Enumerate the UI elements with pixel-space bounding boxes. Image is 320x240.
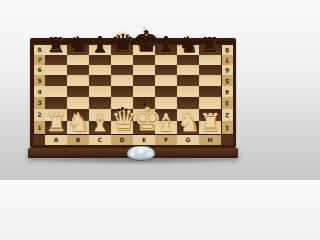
square-e2 xyxy=(133,109,155,121)
square-a5 xyxy=(45,75,67,86)
chess-set-photo: 8♜♞♝♛♚♝♞♜87766554433221♜♞♝♛♚♝♞♜1ABCDEFGH xyxy=(0,0,270,180)
file-label-d: D xyxy=(111,134,133,145)
corner-label xyxy=(33,134,45,145)
square-c8: ♝ xyxy=(89,45,111,55)
square-e5 xyxy=(133,75,155,86)
square-f7 xyxy=(155,55,177,65)
square-e3 xyxy=(133,97,155,109)
square-c5 xyxy=(89,75,111,86)
square-b5 xyxy=(67,75,89,86)
dark-knight-b8: ♞ xyxy=(67,34,89,56)
square-f6 xyxy=(155,65,177,75)
square-g8: ♞ xyxy=(177,45,199,55)
corner-label xyxy=(221,134,233,145)
square-h8: ♜ xyxy=(199,45,221,55)
rank-label-right-2: 2 xyxy=(221,109,233,121)
dark-bishop-f8: ♝ xyxy=(155,34,177,56)
square-a6 xyxy=(45,65,67,75)
dark-bishop-c8: ♝ xyxy=(89,34,111,56)
rank-label-right-3: 3 xyxy=(221,97,233,109)
square-g1: ♞ xyxy=(177,121,199,134)
rank-label-left-7: 7 xyxy=(33,55,45,65)
square-b8: ♞ xyxy=(67,45,89,55)
square-e8: ♚ xyxy=(133,45,155,55)
square-g5 xyxy=(177,75,199,86)
file-label-b: B xyxy=(67,134,89,145)
square-h7 xyxy=(199,55,221,65)
square-h5 xyxy=(199,75,221,86)
square-h3 xyxy=(199,97,221,109)
square-b4 xyxy=(67,86,89,97)
square-e7 xyxy=(133,55,155,65)
square-c6 xyxy=(89,65,111,75)
square-a1: ♜ xyxy=(45,121,67,134)
square-h2 xyxy=(199,109,221,121)
square-d4 xyxy=(111,86,133,97)
file-label-c: C xyxy=(89,134,111,145)
rank-label-right-8: 8 xyxy=(221,45,233,55)
rank-label-left-6: 6 xyxy=(33,65,45,75)
square-a8: ♜ xyxy=(45,45,67,55)
dark-rook-a8: ♜ xyxy=(45,35,67,56)
square-c4 xyxy=(89,86,111,97)
square-b2 xyxy=(67,109,89,121)
square-g2 xyxy=(177,109,199,121)
square-b1: ♞ xyxy=(67,121,89,134)
square-c7 xyxy=(89,55,111,65)
square-f3 xyxy=(155,97,177,109)
file-label-g: G xyxy=(177,134,199,145)
square-c1: ♝ xyxy=(89,121,111,134)
square-g4 xyxy=(177,86,199,97)
square-f5 xyxy=(155,75,177,86)
rank-label-left-4: 4 xyxy=(33,86,45,97)
square-d5 xyxy=(111,75,133,86)
square-d1: ♛ xyxy=(111,121,133,134)
square-a2 xyxy=(45,109,67,121)
square-f4 xyxy=(155,86,177,97)
rank-label-right-5: 5 xyxy=(221,75,233,86)
square-a4 xyxy=(45,86,67,97)
file-label-a: A xyxy=(45,134,67,145)
file-label-h: H xyxy=(199,134,221,145)
rank-label-right-7: 7 xyxy=(221,55,233,65)
square-g7 xyxy=(177,55,199,65)
square-d3 xyxy=(111,97,133,109)
file-label-e: E xyxy=(133,134,155,145)
square-b3 xyxy=(67,97,89,109)
rank-label-left-3: 3 xyxy=(33,97,45,109)
square-h6 xyxy=(199,65,221,75)
square-f1: ♝ xyxy=(155,121,177,134)
square-c3 xyxy=(89,97,111,109)
square-e1: ♚ xyxy=(133,121,155,134)
square-e6 xyxy=(133,65,155,75)
metal-clasp-icon xyxy=(127,146,155,160)
dark-knight-g8: ♞ xyxy=(177,34,199,56)
rank-label-right-1: 1 xyxy=(221,121,233,134)
rank-label-left-8: 8 xyxy=(33,45,45,55)
square-a3 xyxy=(45,97,67,109)
square-a7 xyxy=(45,55,67,65)
board-grid: 8♜♞♝♛♚♝♞♜87766554433221♜♞♝♛♚♝♞♜1ABCDEFGH xyxy=(33,41,233,145)
file-label-f: F xyxy=(155,134,177,145)
chess-board: 8♜♞♝♛♚♝♞♜87766554433221♜♞♝♛♚♝♞♜1ABCDEFGH xyxy=(30,38,236,148)
square-b7 xyxy=(67,55,89,65)
square-f8: ♝ xyxy=(155,45,177,55)
square-h1: ♜ xyxy=(199,121,221,134)
square-h4 xyxy=(199,86,221,97)
rank-label-left-5: 5 xyxy=(33,75,45,86)
square-b6 xyxy=(67,65,89,75)
square-d2 xyxy=(111,109,133,121)
rank-label-right-4: 4 xyxy=(221,86,233,97)
rank-label-left-1: 1 xyxy=(33,121,45,134)
square-d6 xyxy=(111,65,133,75)
rank-label-right-6: 6 xyxy=(221,65,233,75)
square-c2 xyxy=(89,109,111,121)
square-d8: ♛ xyxy=(111,45,133,55)
square-d7 xyxy=(111,55,133,65)
square-g6 xyxy=(177,65,199,75)
square-g3 xyxy=(177,97,199,109)
dark-rook-h8: ♜ xyxy=(199,35,221,56)
square-e4 xyxy=(133,86,155,97)
rank-label-left-2: 2 xyxy=(33,109,45,121)
square-f2 xyxy=(155,109,177,121)
